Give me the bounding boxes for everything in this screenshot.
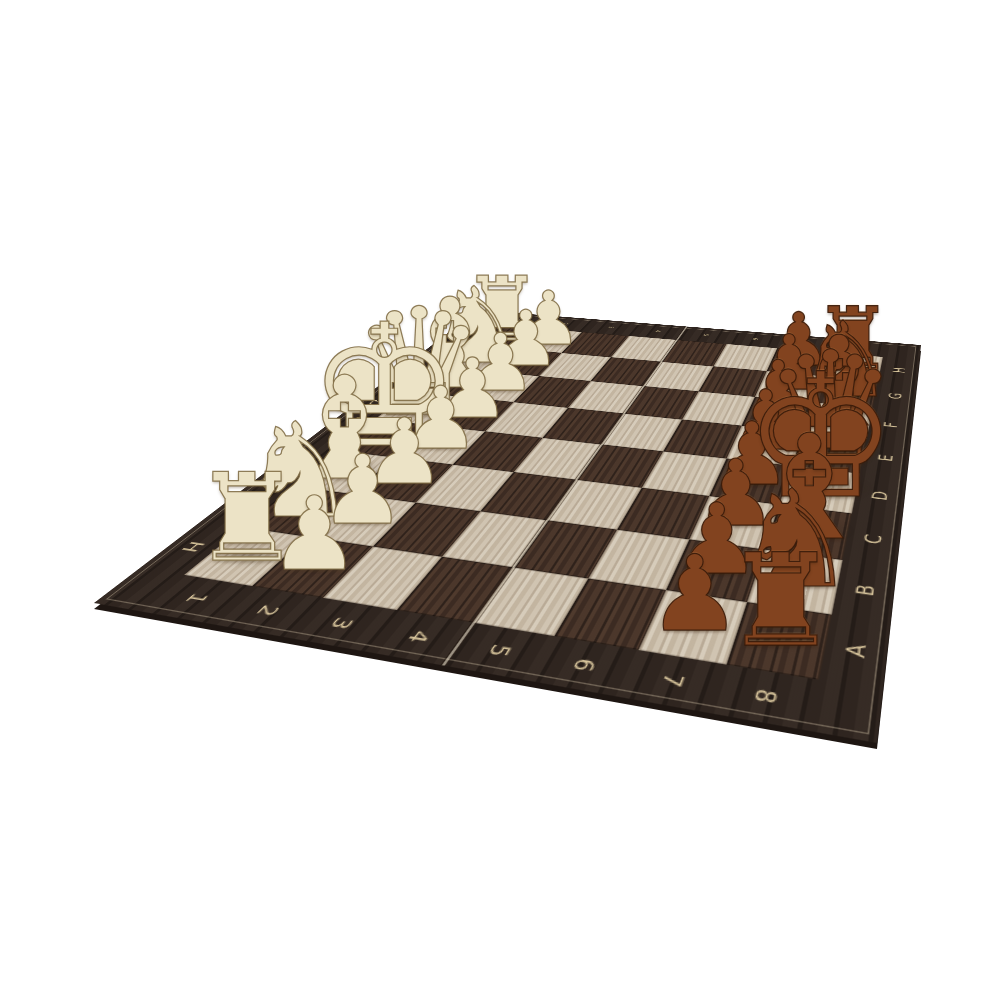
rank-label-8: 8 [837,335,878,360]
rank-label-1: 1 [495,310,546,331]
chess-board: ABCDEFGH HGFEDCBA 12345678 12345678 [94,310,921,743]
rank-label-7: 7 [627,642,716,724]
file-label-G: G [864,384,926,408]
rank-label-6: 6 [733,328,777,351]
rank-label-7: 7 [784,331,827,355]
rank-label-5: 5 [683,324,729,347]
rank-label-2: 2 [540,313,590,334]
file-label-H: H [870,360,929,381]
chessboard-photo: ABCDEFGH HGFEDCBA 12345678 12345678 ♜♞♝♛… [0,0,1000,1000]
rank-label-6: 6 [536,628,630,706]
rank-label-3: 3 [586,317,635,339]
rank-label-4: 4 [366,603,468,675]
rank-label-5: 5 [449,615,547,690]
